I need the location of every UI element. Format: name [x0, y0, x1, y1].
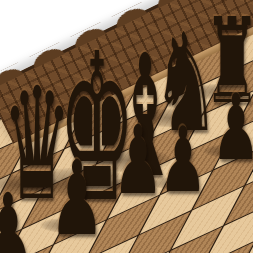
black-pawn-e7-glyph: ♟ — [49, 147, 104, 250]
black-pawn-d7: ♟ — [0, 180, 54, 253]
chess-set-scene: ♛♚♝♞♜♟♟♟♟♟ — [0, 0, 253, 253]
black-pawn-d7-glyph: ♟ — [0, 180, 36, 253]
